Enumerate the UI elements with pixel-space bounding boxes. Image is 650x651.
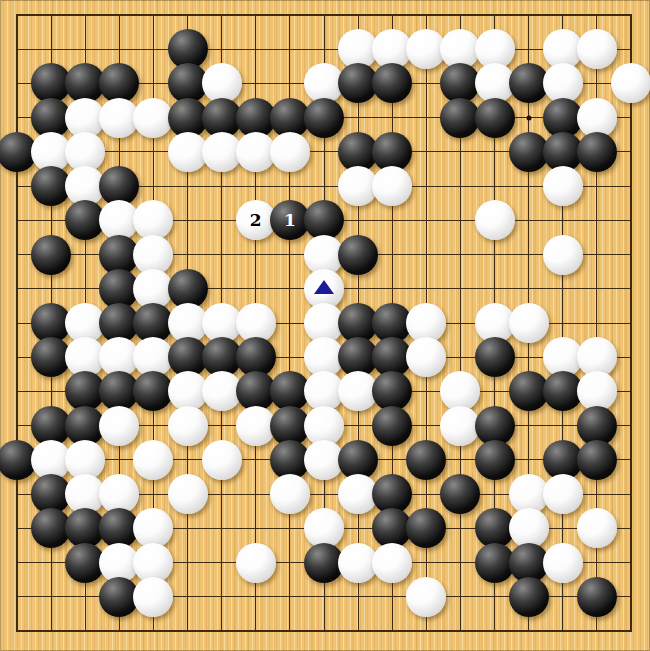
white-stone [509,303,549,343]
black-stone [406,508,446,548]
white-stone [406,337,446,377]
black-stone [577,440,617,480]
white-stone [372,543,412,583]
white-stone [236,543,276,583]
white-stone [372,166,412,206]
white-stone [543,543,583,583]
white-stone [202,440,242,480]
black-stone [304,98,344,138]
white-stone [543,235,583,275]
white-stone [543,474,583,514]
black-stone [475,98,515,138]
go-board[interactable]: 21 [0,0,650,651]
white-stone [577,29,617,69]
black-stone [406,440,446,480]
white-stone [577,508,617,548]
white-stone [475,200,515,240]
black-stone [577,132,617,172]
black-stone [577,577,617,617]
go-board-screen: 21 [0,0,650,651]
white-stone [133,440,173,480]
white-stone [99,406,139,446]
white-stone [133,577,173,617]
black-stone [509,577,549,617]
white-stone [611,63,650,103]
black-stone [31,235,71,275]
grid-line-vertical [630,14,632,632]
white-stone [168,474,208,514]
black-stone [338,235,378,275]
star-point [526,115,531,120]
black-stone [475,337,515,377]
black-stone [475,440,515,480]
white-stone [543,166,583,206]
black-stone [372,63,412,103]
black-stone [440,474,480,514]
white-stone [270,132,310,172]
black-stone [372,406,412,446]
move-number-label: 2 [250,212,262,229]
white-stone [270,474,310,514]
move-number-label: 1 [284,212,296,229]
triangle-marker-icon [314,280,334,294]
white-stone [406,577,446,617]
white-stone [168,406,208,446]
grid-line-horizontal [16,630,632,632]
